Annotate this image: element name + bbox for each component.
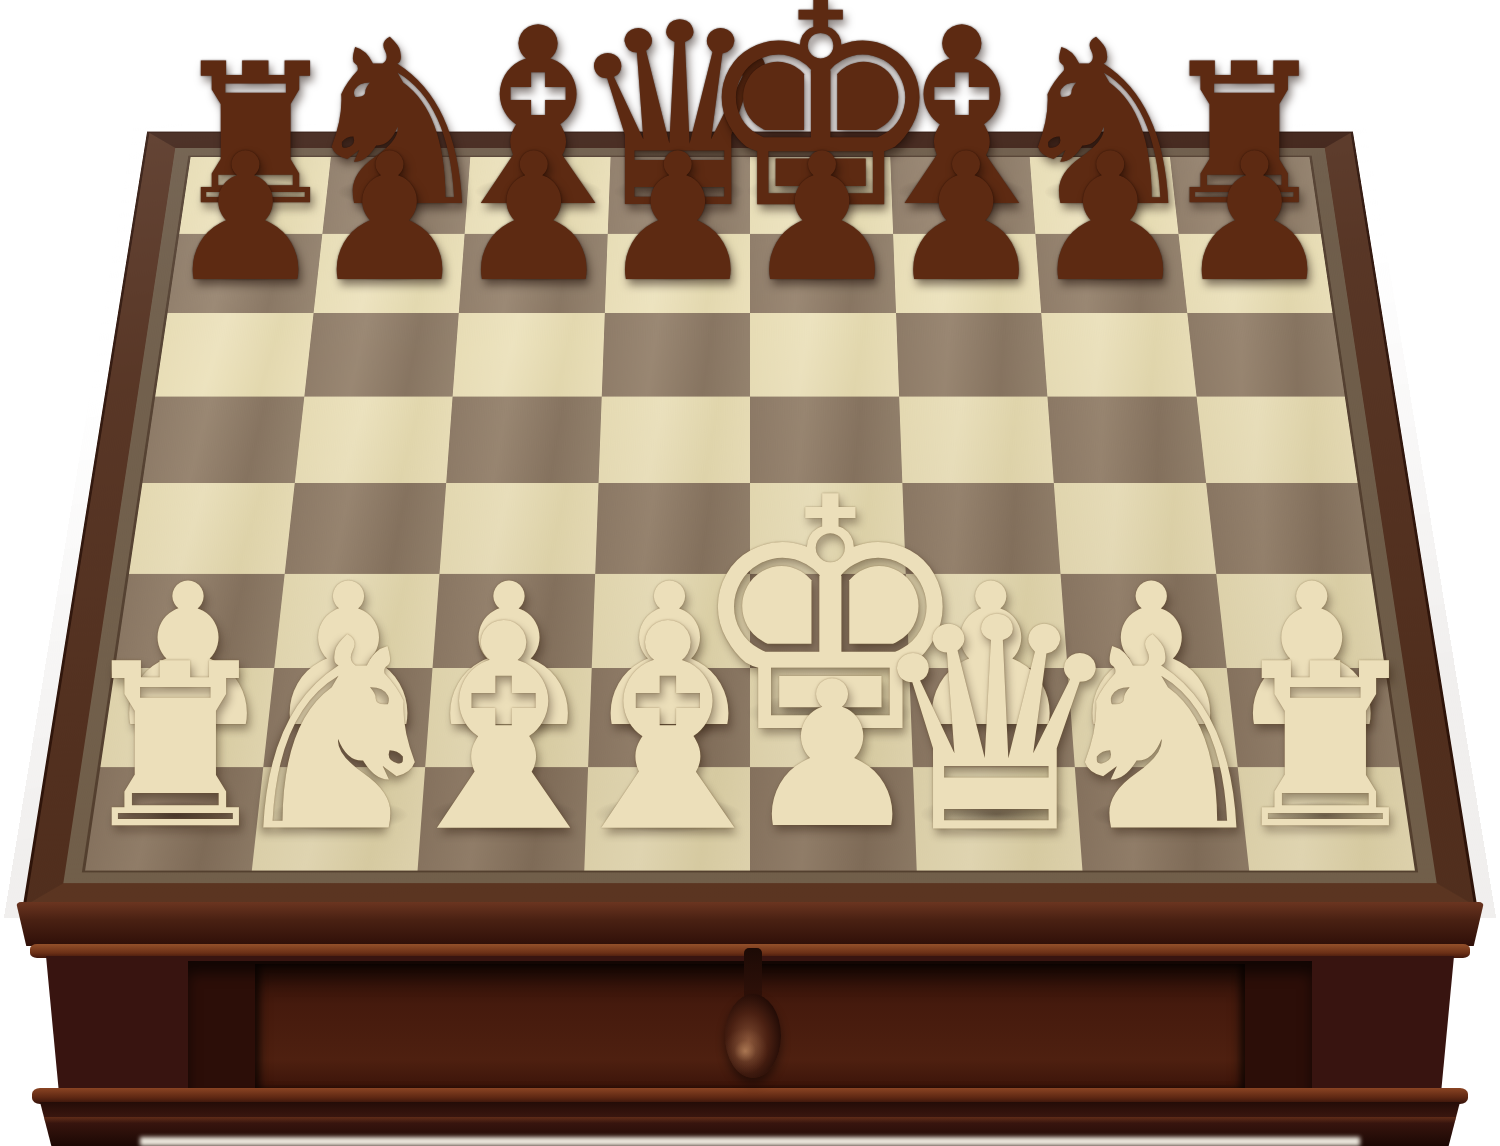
- square-f1: [912, 767, 1082, 871]
- square-a8: [179, 157, 330, 234]
- square-f4: [902, 483, 1061, 573]
- box-base-step: [40, 1117, 1460, 1123]
- square-e8: [750, 157, 893, 234]
- square-g6: [1041, 313, 1196, 396]
- square-h7: [1178, 233, 1332, 313]
- square-e4: [750, 483, 905, 573]
- square-d4: [595, 483, 750, 573]
- square-d5: [598, 396, 750, 483]
- square-h5: [1196, 396, 1358, 483]
- square-g7: [1035, 233, 1187, 313]
- table-surface: [140, 1137, 1360, 1146]
- square-e2: [750, 668, 912, 767]
- square-h1: [1237, 767, 1415, 871]
- square-b4: [284, 483, 446, 573]
- square-f6: [896, 313, 1048, 396]
- drawer-knob: [725, 994, 781, 1078]
- square-f2: [909, 668, 1075, 767]
- square-a3: [115, 573, 284, 668]
- board-frame: [26, 133, 1474, 905]
- square-g2: [1067, 668, 1237, 767]
- box-base-molding: [32, 1088, 1468, 1104]
- square-h6: [1187, 313, 1345, 396]
- square-b2: [263, 668, 433, 767]
- square-b5: [294, 396, 452, 483]
- square-b6: [304, 313, 459, 396]
- square-g1: [1075, 767, 1249, 871]
- square-b8: [322, 157, 470, 234]
- square-d2: [588, 668, 750, 767]
- square-a1: [85, 767, 263, 871]
- square-c8: [465, 157, 611, 234]
- square-a2: [100, 668, 273, 767]
- square-b3: [274, 573, 440, 668]
- square-c5: [446, 396, 601, 483]
- square-h4: [1206, 483, 1371, 573]
- square-a5: [142, 396, 304, 483]
- square-b1: [251, 767, 425, 871]
- square-e1: [750, 767, 916, 871]
- square-h3: [1216, 573, 1385, 668]
- box-rim-front: [16, 902, 1484, 946]
- chess-set-photo: ♜♞♝♛♚♝♞♜♟♟♟♟♟♟♟♟♟♟♟♟♚♟♟♟♜♞♝♝♟♛♞♜: [0, 0, 1500, 1146]
- square-f8: [890, 157, 1036, 234]
- square-d6: [601, 313, 750, 396]
- square-g4: [1054, 483, 1216, 573]
- square-a7: [168, 233, 322, 313]
- square-g5: [1047, 396, 1205, 483]
- square-f3: [905, 573, 1067, 668]
- square-b7: [313, 233, 465, 313]
- square-f5: [899, 396, 1054, 483]
- square-d7: [604, 233, 750, 313]
- square-c3: [433, 573, 595, 668]
- square-f7: [893, 233, 1042, 313]
- chess-board: [85, 157, 1415, 871]
- square-c4: [440, 483, 599, 573]
- square-h8: [1170, 157, 1321, 234]
- square-c7: [459, 233, 608, 313]
- square-d8: [607, 157, 750, 234]
- square-e3: [750, 573, 909, 668]
- square-d3: [591, 573, 750, 668]
- drawer-knob-stem: [744, 948, 762, 1000]
- square-c1: [418, 767, 588, 871]
- square-d1: [584, 767, 750, 871]
- square-g8: [1030, 157, 1178, 234]
- square-e6: [750, 313, 899, 396]
- square-e5: [750, 396, 902, 483]
- square-c2: [425, 668, 591, 767]
- square-h2: [1226, 668, 1399, 767]
- square-e7: [750, 233, 896, 313]
- square-c6: [453, 313, 605, 396]
- square-a6: [155, 313, 313, 396]
- square-a4: [129, 483, 294, 573]
- square-g3: [1060, 573, 1226, 668]
